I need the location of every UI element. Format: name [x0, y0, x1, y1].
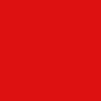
sudoku-board	[0, 0, 101, 101]
